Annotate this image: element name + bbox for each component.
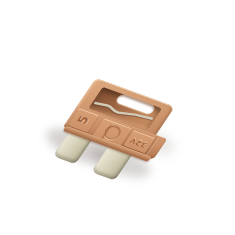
voltage-rating-text: 32V xyxy=(129,136,149,148)
blade-fuse: 5 32V xyxy=(43,78,186,189)
photo-canvas: 5 32V xyxy=(0,0,235,235)
amp-rating-text: 5 xyxy=(75,115,91,126)
